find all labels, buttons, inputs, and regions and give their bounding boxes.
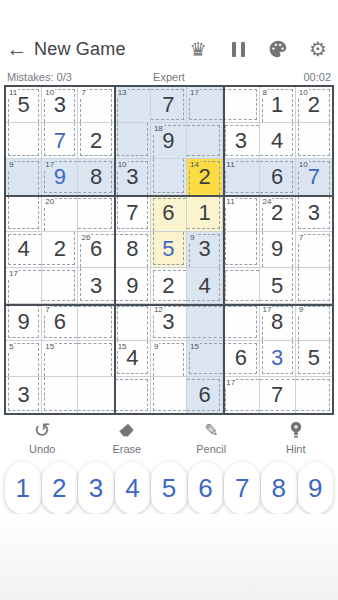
cell-r9c2[interactable] — [42, 377, 78, 413]
cell-r6c3[interactable]: 3 — [78, 268, 114, 304]
given-digit: 6 — [151, 196, 186, 231]
cell-r3c2[interactable]: 179 — [42, 159, 78, 195]
cell-r7c1[interactable]: 9 — [6, 304, 42, 340]
given-digit: 3 — [78, 268, 113, 303]
cage-sum: 12 — [153, 305, 164, 314]
given-digit: 3 — [296, 196, 332, 231]
timer: 00:02 — [221, 71, 338, 83]
given-digit: 9 — [115, 268, 150, 303]
cell-r6c1[interactable]: 17 — [6, 268, 42, 304]
given-digit: 2 — [78, 123, 113, 158]
cage-sum: 11 — [225, 197, 235, 206]
numpad-2[interactable]: 2 — [42, 462, 78, 514]
cage-sum: 9 — [8, 160, 14, 169]
cage-sum: 9 — [153, 342, 159, 351]
cell-r3c8[interactable]: 6 — [260, 159, 296, 195]
given-digit: 5 — [296, 341, 332, 376]
given-digit: 5 — [260, 268, 295, 303]
undo-button[interactable]: ↺ Undo — [0, 420, 85, 458]
given-digit: 3 — [6, 377, 41, 413]
cage-sum: 17 — [44, 160, 55, 169]
cage-sum: 20 — [44, 197, 55, 206]
cell-r3c3[interactable]: 8 — [78, 159, 114, 195]
given-digit: 4 — [6, 232, 41, 267]
cage-sum: 17 — [189, 88, 200, 97]
cage-sum: 14 — [189, 160, 200, 169]
user-digit: 7 — [42, 123, 77, 158]
numpad-3[interactable]: 3 — [78, 462, 114, 514]
back-icon[interactable]: ← — [0, 37, 34, 61]
undo-icon: ↺ — [34, 420, 51, 440]
cell-r1c7[interactable] — [223, 87, 259, 123]
cell-r8c4[interactable]: 154 — [115, 341, 151, 377]
cell-r4c6[interactable]: 1 — [187, 196, 223, 232]
cell-r4c1[interactable] — [6, 196, 42, 232]
cell-r1c9[interactable]: 102 — [296, 87, 332, 123]
cell-r6c7[interactable] — [223, 268, 259, 304]
page-bottom-area — [0, 514, 338, 600]
cell-r4c2[interactable]: 20 — [42, 196, 78, 232]
cell-r9c6[interactable]: 6 — [187, 377, 223, 413]
hint-button[interactable]: Hint — [254, 420, 338, 458]
cell-r1c6[interactable]: 17 — [187, 87, 223, 123]
cell-r2c8[interactable]: 4 — [260, 123, 296, 159]
cage-sum: 15 — [117, 342, 128, 351]
cell-r8c8[interactable]: 3 — [260, 341, 296, 377]
cell-r7c2[interactable]: 76 — [42, 304, 78, 340]
cell-r9c5[interactable] — [151, 377, 187, 413]
cell-r2c5[interactable]: 189 — [151, 123, 187, 159]
cell-r2c6[interactable] — [187, 123, 223, 159]
cage-sum: 11 — [8, 88, 18, 97]
given-digit: 8 — [78, 159, 113, 194]
cell-r9c3[interactable] — [78, 377, 114, 413]
cell-r7c5[interactable]: 123 — [151, 304, 187, 340]
cell-r7c4[interactable] — [115, 304, 151, 340]
cell-r6c8[interactable]: 5 — [260, 268, 296, 304]
given-digit: 3 — [223, 123, 258, 158]
sudoku-board: 1151037137178110272189349179810314211610… — [4, 85, 334, 415]
cell-r9c4[interactable] — [115, 377, 151, 413]
settings-button[interactable]: ⚙ — [298, 36, 338, 62]
cage-sum: 9 — [189, 233, 195, 242]
hint-label: Hint — [286, 443, 306, 455]
toolbar: ↺ Undo Erase ✎ Pencil Hint — [0, 420, 338, 458]
leaderboard-button[interactable]: ♛ — [178, 36, 218, 62]
cell-r4c7[interactable]: 11 — [223, 196, 259, 232]
cage-sum: 10 — [117, 160, 128, 169]
cell-r4c5[interactable]: 6 — [151, 196, 187, 232]
cell-r1c1[interactable]: 115 — [6, 87, 42, 123]
given-digit: 9 — [260, 232, 295, 267]
cell-r2c1[interactable] — [6, 123, 42, 159]
cage-sum: 7 — [80, 88, 86, 97]
cell-r5c9[interactable]: 7 — [296, 232, 332, 268]
cell-r7c7[interactable] — [223, 304, 259, 340]
cage-sum: 26 — [80, 233, 91, 242]
cell-r7c3[interactable] — [78, 304, 114, 340]
cage-sum: 17 — [225, 378, 236, 387]
cell-r1c4[interactable]: 13 — [115, 87, 151, 123]
cell-r6c4[interactable]: 9 — [115, 268, 151, 304]
theme-button[interactable] — [258, 36, 298, 62]
given-digit: 7 — [151, 87, 186, 122]
cell-r1c3[interactable]: 7 — [78, 87, 114, 123]
cell-r3c7[interactable]: 11 — [223, 159, 259, 195]
cell-r5c3[interactable]: 266 — [78, 232, 114, 268]
cell-grid: 1151037137178110272189349179810314211610… — [6, 87, 332, 413]
cell-r8c5[interactable]: 9 — [151, 341, 187, 377]
cage-sum: 13 — [117, 88, 128, 97]
cell-r4c9[interactable]: 3 — [296, 196, 332, 232]
numpad-4[interactable]: 4 — [115, 462, 151, 514]
cell-r5c2[interactable]: 2 — [42, 232, 78, 268]
cage-sum: 7 — [298, 233, 304, 242]
cell-r7c9[interactable]: 9 — [296, 304, 332, 340]
given-digit: 7 — [260, 377, 295, 413]
cell-r3c6[interactable]: 142 — [187, 159, 223, 195]
cell-r3c5[interactable] — [151, 159, 187, 195]
undo-label: Undo — [29, 443, 55, 455]
cell-r6c2[interactable] — [42, 268, 78, 304]
cell-r2c4[interactable] — [115, 123, 151, 159]
cell-r2c2[interactable]: 7 — [42, 123, 78, 159]
cell-r6c5[interactable]: 2 — [151, 268, 187, 304]
cell-r9c7[interactable]: 17 — [223, 377, 259, 413]
cell-r1c5[interactable]: 7 — [151, 87, 187, 123]
cage-sum: 17 — [262, 305, 273, 314]
cell-r5c8[interactable]: 9 — [260, 232, 296, 268]
numpad-6[interactable]: 6 — [188, 462, 224, 514]
cell-r2c3[interactable]: 2 — [78, 123, 114, 159]
mistakes-counter: Mistakes: 0/3 — [0, 71, 117, 83]
pencil-button[interactable]: ✎ Pencil — [169, 420, 254, 458]
cell-r8c9[interactable]: 5 — [296, 341, 332, 377]
cage-sum: 11 — [225, 160, 235, 169]
given-digit: 4 — [187, 268, 222, 303]
cell-r8c7[interactable]: 6 — [223, 341, 259, 377]
app-header: ← New Game ♛ ⚙ — [0, 30, 338, 68]
numpad-1[interactable]: 1 — [5, 462, 41, 514]
cell-r4c4[interactable]: 7 — [115, 196, 151, 232]
crown-icon: ♛ — [189, 40, 206, 59]
pencil-icon: ✎ — [204, 422, 218, 439]
given-digit: 1 — [187, 196, 222, 231]
pencil-label: Pencil — [196, 443, 226, 455]
cell-r5c4[interactable]: 8 — [115, 232, 151, 268]
cell-r5c7[interactable] — [223, 232, 259, 268]
cage-sum: 9 — [298, 305, 304, 314]
page-title: New Game — [34, 39, 126, 60]
cell-r9c9[interactable] — [296, 377, 332, 413]
cell-r1c2[interactable]: 103 — [42, 87, 78, 123]
given-digit: 8 — [115, 232, 150, 267]
gear-icon: ⚙ — [309, 39, 327, 59]
numpad-9[interactable]: 9 — [298, 462, 334, 514]
cage-sum: 5 — [8, 342, 14, 351]
cell-r7c8[interactable]: 178 — [260, 304, 296, 340]
cell-r8c6[interactable]: 15 — [187, 341, 223, 377]
given-digit: 4 — [260, 123, 295, 158]
cage-sum: 15 — [189, 342, 200, 351]
numpad-7[interactable]: 7 — [224, 462, 260, 514]
cell-r4c3[interactable] — [78, 196, 114, 232]
cage-sum: 15 — [44, 342, 55, 351]
number-pad: 1 2 3 4 5 6 7 8 9 — [0, 462, 338, 514]
pause-button[interactable] — [218, 36, 258, 62]
cell-r2c7[interactable]: 3 — [223, 123, 259, 159]
pause-icon — [232, 42, 245, 57]
given-digit: 6 — [260, 159, 295, 194]
cell-r3c4[interactable]: 103 — [115, 159, 151, 195]
cell-r3c1[interactable]: 9 — [6, 159, 42, 195]
given-digit: 6 — [223, 341, 258, 376]
numpad-8[interactable]: 8 — [261, 462, 297, 514]
lightbulb-icon — [287, 420, 305, 440]
cell-r8c3[interactable] — [78, 341, 114, 377]
given-digit: 2 — [151, 268, 186, 303]
status-row: Mistakes: 0/3 Expert 00:02 — [0, 69, 338, 84]
cage-sum: 10 — [298, 88, 309, 97]
given-digit: 6 — [187, 377, 222, 413]
cell-r6c6[interactable]: 4 — [187, 268, 223, 304]
cell-r1c8[interactable]: 81 — [260, 87, 296, 123]
erase-label: Erase — [112, 443, 141, 455]
eraser-icon — [117, 421, 136, 440]
given-digit: 7 — [115, 196, 150, 231]
cell-r6c9[interactable] — [296, 268, 332, 304]
difficulty-label: Expert — [117, 71, 221, 83]
cage-sum: 18 — [153, 124, 164, 133]
cell-r5c5[interactable]: 5 — [151, 232, 187, 268]
cage-sum: 10 — [298, 160, 309, 169]
cell-r8c1[interactable]: 5 — [6, 341, 42, 377]
cell-r7c6[interactable] — [187, 304, 223, 340]
cage-sum: 10 — [44, 88, 55, 97]
cell-r5c1[interactable]: 4 — [6, 232, 42, 268]
cell-r3c9[interactable]: 107 — [296, 159, 332, 195]
cell-r9c8[interactable]: 7 — [260, 377, 296, 413]
cell-r8c2[interactable]: 15 — [42, 341, 78, 377]
cage-sum: 24 — [262, 197, 273, 206]
erase-button[interactable]: Erase — [85, 420, 170, 458]
cage-sum: 17 — [8, 269, 19, 278]
given-digit: 2 — [42, 232, 77, 267]
cell-r2c9[interactable] — [296, 123, 332, 159]
given-digit: 9 — [6, 304, 41, 339]
cage-sum: 8 — [262, 88, 268, 97]
palette-icon — [268, 39, 288, 59]
user-digit: 3 — [260, 341, 295, 376]
cell-r4c8[interactable]: 242 — [260, 196, 296, 232]
user-digit: 5 — [151, 232, 186, 267]
cage-sum: 7 — [44, 305, 50, 314]
cell-r9c1[interactable]: 3 — [6, 377, 42, 413]
cell-r5c6[interactable]: 93 — [187, 232, 223, 268]
numpad-5[interactable]: 5 — [151, 462, 187, 514]
